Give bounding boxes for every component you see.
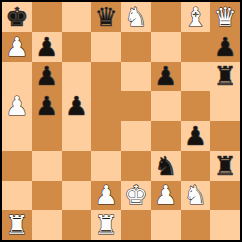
square-a2[interactable] — [2, 181, 32, 211]
square-h8[interactable]: ♛ — [210, 2, 240, 32]
square-d8[interactable]: ♛ — [91, 2, 121, 32]
square-e1[interactable] — [121, 210, 151, 240]
square-c2[interactable] — [62, 181, 92, 211]
square-a8[interactable]: ♚ — [2, 2, 32, 32]
black-pawn-piece[interactable]: ♟ — [32, 62, 62, 92]
black-pawn-piece[interactable]: ♟ — [210, 32, 240, 62]
black-pawn-piece[interactable]: ♟ — [32, 91, 62, 121]
square-c7[interactable] — [62, 32, 92, 62]
square-e4[interactable] — [121, 121, 151, 151]
square-b1[interactable] — [32, 210, 62, 240]
square-c5[interactable]: ♟ — [62, 91, 92, 121]
square-c4[interactable] — [62, 121, 92, 151]
black-pawn-piece[interactable]: ♟ — [181, 121, 211, 151]
square-a6[interactable] — [2, 62, 32, 92]
square-b6[interactable]: ♟ — [32, 62, 62, 92]
square-f6[interactable]: ♟ — [151, 62, 181, 92]
square-e8[interactable]: ♞ — [121, 2, 151, 32]
black-knight-piece[interactable]: ♞ — [151, 151, 181, 181]
square-a7[interactable]: ♟ — [2, 32, 32, 62]
white-pawn-piece[interactable]: ♟ — [91, 181, 121, 211]
square-c3[interactable] — [62, 151, 92, 181]
black-pawn-piece[interactable]: ♟ — [62, 91, 92, 121]
white-queen-piece[interactable]: ♛ — [210, 2, 240, 32]
square-g1[interactable] — [181, 210, 211, 240]
square-e7[interactable] — [121, 32, 151, 62]
chess-board-frame: ♚♛♞♝♛♟♟♟♟♟♜♟♟♟♟♞♜♟♚♟♞♜♜ — [0, 0, 242, 242]
square-d6[interactable] — [91, 62, 121, 92]
square-d7[interactable] — [91, 32, 121, 62]
square-e3[interactable] — [121, 151, 151, 181]
black-king-piece[interactable]: ♚ — [2, 2, 32, 32]
black-rook-piece[interactable]: ♜ — [210, 151, 240, 181]
square-h5[interactable] — [210, 91, 240, 121]
square-c8[interactable] — [62, 2, 92, 32]
square-a1[interactable]: ♜ — [2, 210, 32, 240]
square-d5[interactable] — [91, 91, 121, 121]
square-d2[interactable]: ♟ — [91, 181, 121, 211]
white-rook-piece[interactable]: ♜ — [2, 210, 32, 240]
square-f1[interactable] — [151, 210, 181, 240]
white-knight-piece[interactable]: ♞ — [121, 2, 151, 32]
square-e6[interactable] — [121, 62, 151, 92]
black-rook-piece[interactable]: ♜ — [210, 62, 240, 92]
square-b4[interactable] — [32, 121, 62, 151]
square-h2[interactable] — [210, 181, 240, 211]
square-g7[interactable] — [181, 32, 211, 62]
square-d1[interactable]: ♜ — [91, 210, 121, 240]
chess-board: ♚♛♞♝♛♟♟♟♟♟♜♟♟♟♟♞♜♟♚♟♞♜♜ — [2, 2, 240, 240]
black-queen-piece[interactable]: ♛ — [91, 2, 121, 32]
white-king-piece[interactable]: ♚ — [121, 181, 151, 211]
square-h7[interactable]: ♟ — [210, 32, 240, 62]
square-d4[interactable] — [91, 121, 121, 151]
white-knight-piece[interactable]: ♞ — [181, 181, 211, 211]
square-b2[interactable] — [32, 181, 62, 211]
square-g4[interactable]: ♟ — [181, 121, 211, 151]
square-b8[interactable] — [32, 2, 62, 32]
square-g5[interactable] — [181, 91, 211, 121]
black-pawn-piece[interactable]: ♟ — [151, 62, 181, 92]
square-a5[interactable]: ♟ — [2, 91, 32, 121]
square-h4[interactable] — [210, 121, 240, 151]
square-a4[interactable] — [2, 121, 32, 151]
square-f4[interactable] — [151, 121, 181, 151]
square-b7[interactable]: ♟ — [32, 32, 62, 62]
square-f3[interactable]: ♞ — [151, 151, 181, 181]
square-g3[interactable] — [181, 151, 211, 181]
square-g8[interactable]: ♝ — [181, 2, 211, 32]
square-e2[interactable]: ♚ — [121, 181, 151, 211]
white-pawn-piece[interactable]: ♟ — [151, 181, 181, 211]
square-f5[interactable] — [151, 91, 181, 121]
white-pawn-piece[interactable]: ♟ — [2, 32, 32, 62]
square-g6[interactable] — [181, 62, 211, 92]
square-a3[interactable] — [2, 151, 32, 181]
square-g2[interactable]: ♞ — [181, 181, 211, 211]
black-pawn-piece[interactable]: ♟ — [32, 32, 62, 62]
square-f7[interactable] — [151, 32, 181, 62]
square-f2[interactable]: ♟ — [151, 181, 181, 211]
white-rook-piece[interactable]: ♜ — [91, 210, 121, 240]
square-b5[interactable]: ♟ — [32, 91, 62, 121]
square-e5[interactable] — [121, 91, 151, 121]
square-h3[interactable]: ♜ — [210, 151, 240, 181]
square-b3[interactable] — [32, 151, 62, 181]
square-c6[interactable] — [62, 62, 92, 92]
square-c1[interactable] — [62, 210, 92, 240]
white-bishop-piece[interactable]: ♝ — [181, 2, 211, 32]
square-h1[interactable] — [210, 210, 240, 240]
white-pawn-piece[interactable]: ♟ — [2, 91, 32, 121]
square-d3[interactable] — [91, 151, 121, 181]
square-f8[interactable] — [151, 2, 181, 32]
square-h6[interactable]: ♜ — [210, 62, 240, 92]
